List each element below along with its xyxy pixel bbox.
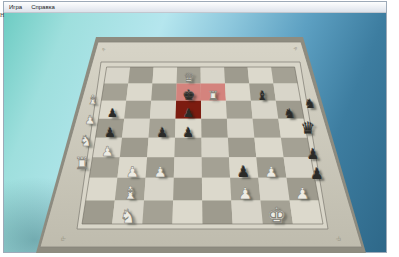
frame-corner-ornament-icon: »	[100, 45, 108, 53]
square-h1[interactable]	[290, 200, 323, 224]
square-e5[interactable]	[201, 119, 228, 138]
black-bishop-g7[interactable]: ♝	[257, 90, 268, 102]
board-inner-band	[77, 62, 328, 229]
square-d2[interactable]	[173, 178, 202, 201]
frame-corner-ornament-icon: »	[333, 233, 344, 244]
square-a2[interactable]	[86, 178, 118, 201]
square-g2[interactable]	[258, 178, 289, 201]
square-g5[interactable]	[253, 119, 281, 138]
white-queen-d8[interactable]: ♛	[183, 72, 194, 85]
square-g4[interactable]	[254, 138, 283, 158]
black-queen-captured: ♛	[301, 121, 315, 137]
white-rook-captured: ♜	[75, 156, 90, 172]
white-pawn-c3[interactable]: ♟	[154, 165, 167, 180]
square-e3[interactable]	[202, 157, 230, 177]
square-c7[interactable]	[151, 84, 176, 101]
square-g8[interactable]	[248, 67, 274, 84]
white-king-g1[interactable]: ♚	[267, 205, 287, 227]
black-pawn-a6[interactable]: ♟	[107, 108, 118, 120]
white-pawn-h2[interactable]: ♟	[295, 186, 309, 202]
square-f5[interactable]	[227, 119, 255, 138]
white-knight-captured: ♞	[79, 134, 92, 149]
square-a1[interactable]	[82, 200, 115, 224]
black-knight-captured: ♞	[304, 98, 316, 111]
square-f1[interactable]	[231, 200, 262, 224]
square-f7[interactable]	[225, 84, 251, 101]
square-a7[interactable]	[101, 84, 128, 101]
white-pawn-captured: ♟	[85, 114, 96, 126]
white-pawn-a4[interactable]: ♟	[101, 145, 113, 159]
desktop-artifact-text: H	[0, 12, 4, 18]
square-h7[interactable]	[273, 84, 300, 101]
square-e4[interactable]	[202, 138, 230, 158]
white-rook-e7[interactable]: ♜	[208, 90, 219, 102]
menu-bar: Игра Справка	[4, 2, 386, 13]
frame-corner-ornament-icon: »	[57, 233, 68, 244]
black-king-d7[interactable]: ♚	[182, 88, 194, 102]
square-c8[interactable]	[152, 67, 177, 84]
square-b5[interactable]	[122, 119, 150, 138]
white-knight-b1[interactable]: ♞	[120, 207, 137, 226]
square-d1[interactable]	[172, 200, 202, 224]
square-f4[interactable]	[228, 138, 256, 158]
square-a3[interactable]	[89, 157, 120, 177]
black-pawn-d6[interactable]: ♟	[183, 108, 194, 120]
square-d4[interactable]	[174, 138, 201, 158]
square-c6[interactable]	[150, 101, 176, 119]
white-pawn-b3[interactable]: ♟	[126, 165, 139, 180]
square-f6[interactable]	[226, 101, 253, 119]
black-pawn-f3[interactable]: ♟	[237, 165, 250, 180]
square-g6[interactable]	[251, 101, 278, 119]
square-c4[interactable]	[147, 138, 175, 158]
menu-help[interactable]: Справка	[31, 4, 55, 10]
square-f8[interactable]	[224, 67, 249, 84]
white-bishop-b2[interactable]: ♝	[122, 185, 138, 203]
menu-game[interactable]: Игра	[9, 4, 22, 10]
white-pawn-f2[interactable]: ♟	[238, 186, 252, 202]
square-e2[interactable]	[202, 178, 231, 201]
square-b7[interactable]	[126, 84, 152, 101]
square-c1[interactable]	[142, 200, 173, 224]
frame-corner-ornament-icon: »	[292, 45, 300, 53]
black-pawn-captured: ♟	[307, 148, 319, 162]
black-pawn-d5[interactable]: ♟	[183, 126, 194, 139]
board-scene: »»»»♛♚♜♝♟♟♞♟♟♟♟♟♟♟♟♝♟♟♞♚♝♟♞♜♞♛♟♟	[0, 1, 399, 257]
square-b4[interactable]	[120, 138, 149, 158]
black-pawn-a5[interactable]: ♟	[104, 126, 115, 139]
square-d3[interactable]	[174, 157, 202, 177]
app-window: Игра Справка »»»»♛♚♜♝♟♟♞♟♟♟♟♟♟♟♟♝♟♟♞♚♝♟♞…	[3, 1, 387, 253]
white-pawn-g3[interactable]: ♟	[265, 165, 278, 180]
square-a8[interactable]	[104, 67, 130, 84]
square-c2[interactable]	[144, 178, 174, 201]
square-h8[interactable]	[271, 67, 298, 84]
square-b6[interactable]	[124, 101, 151, 119]
black-pawn-captured: ♟	[310, 167, 323, 182]
square-e6[interactable]	[201, 101, 227, 119]
square-e8[interactable]	[201, 67, 225, 84]
square-e1[interactable]	[202, 200, 232, 224]
game-viewport: »»»»♛♚♜♝♟♟♞♟♟♟♟♟♟♟♟♝♟♟♞♚♝♟♞♜♞♛♟♟	[4, 13, 386, 252]
black-pawn-c5[interactable]: ♟	[156, 126, 167, 139]
square-b8[interactable]	[128, 67, 153, 84]
black-knight-h6[interactable]: ♞	[284, 107, 296, 120]
white-bishop-captured: ♝	[87, 94, 98, 107]
